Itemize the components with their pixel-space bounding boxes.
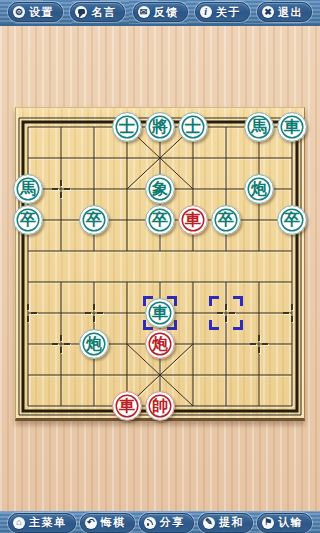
piece-red-cannon[interactable]: 炮 [145, 329, 175, 359]
draw-offer-button-label: 提和 [219, 515, 244, 530]
piece-black-horse[interactable]: 馬 [13, 174, 43, 204]
info-icon: i [200, 6, 212, 18]
piece-red-general[interactable]: 帥 [145, 391, 175, 421]
piece-red-chariot[interactable]: 車 [112, 391, 142, 421]
piece-black-advisor[interactable]: 士 [112, 112, 142, 142]
share-button[interactable]: 分享 [139, 513, 194, 533]
about-button-label: 关于 [216, 5, 241, 20]
board-grid: 士將士馬車馬象炮卒卒卒車卒卒車炮炮車帥 [12, 112, 309, 422]
resign-button[interactable]: ⚑ 认输 [257, 513, 312, 533]
piece-black-soldier[interactable]: 卒 [211, 205, 241, 235]
quotes-button[interactable]: 名言 [70, 2, 125, 22]
piece-black-general[interactable]: 將 [145, 112, 175, 142]
undo-icon: ↶ [85, 517, 97, 529]
undo-move-button[interactable]: ↶ 悔棋 [80, 513, 135, 533]
last-move-from-marker [209, 296, 243, 330]
exit-button-label: 退出 [278, 5, 303, 20]
speech-bubble-icon [75, 6, 87, 18]
bottom-toolbar: ⌂ 主菜单 ↶ 悔棋 分享 ✎ 提和 ⚑ 认输 [0, 511, 320, 533]
share-button-label: 分享 [160, 515, 185, 530]
piece-black-chariot[interactable]: 車 [145, 298, 175, 328]
piece-red-chariot[interactable]: 車 [178, 205, 208, 235]
piece-black-soldier[interactable]: 卒 [13, 205, 43, 235]
piece-black-cannon[interactable]: 炮 [244, 174, 274, 204]
piece-black-chariot[interactable]: 車 [277, 112, 307, 142]
resign-button-label: 认输 [278, 515, 303, 530]
close-icon: ✖ [262, 6, 274, 18]
flag-icon: ⚑ [262, 517, 274, 529]
piece-black-soldier[interactable]: 卒 [145, 205, 175, 235]
about-button[interactable]: i 关于 [195, 2, 250, 22]
settings-button[interactable]: ⚙ 设置 [8, 2, 63, 22]
xiangqi-app: ⚙ 设置 名言 ✉ 反馈 i 关于 ✖ 退出 士將士馬車馬象炮卒卒卒車卒卒車炮炮… [0, 0, 320, 533]
undo-move-button-label: 悔棋 [101, 515, 126, 530]
exit-button[interactable]: ✖ 退出 [257, 2, 312, 22]
settings-button-label: 设置 [29, 5, 54, 20]
piece-black-soldier[interactable]: 卒 [277, 205, 307, 235]
draw-offer-button[interactable]: ✎ 提和 [198, 513, 253, 533]
pencil-icon: ✎ [203, 517, 215, 529]
main-menu-button[interactable]: ⌂ 主菜单 [8, 513, 76, 533]
feedback-button[interactable]: ✉ 反馈 [133, 2, 188, 22]
piece-black-soldier[interactable]: 卒 [79, 205, 109, 235]
home-icon: ⌂ [13, 517, 25, 529]
quotes-button-label: 名言 [91, 5, 116, 20]
piece-black-elephant[interactable]: 象 [145, 174, 175, 204]
piece-black-horse[interactable]: 馬 [244, 112, 274, 142]
share-icon [144, 517, 156, 529]
envelope-icon: ✉ [138, 6, 150, 18]
gear-icon: ⚙ [13, 6, 25, 18]
piece-black-advisor[interactable]: 士 [178, 112, 208, 142]
piece-black-cannon[interactable]: 炮 [79, 329, 109, 359]
feedback-button-label: 反馈 [154, 5, 179, 20]
main-menu-button-label: 主菜单 [29, 515, 67, 530]
top-toolbar: ⚙ 设置 名言 ✉ 反馈 i 关于 ✖ 退出 [0, 0, 320, 26]
